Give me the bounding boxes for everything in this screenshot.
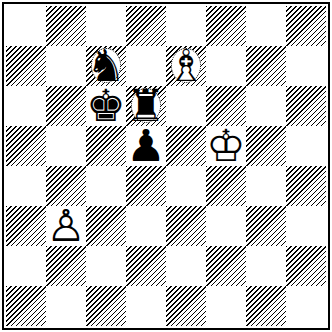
square-e3[interactable] [166, 206, 206, 246]
square-d1[interactable] [126, 286, 166, 326]
square-b3[interactable]: ♙ [46, 206, 86, 246]
square-a5[interactable] [6, 126, 46, 166]
square-d3[interactable] [126, 206, 166, 246]
square-e4[interactable] [166, 166, 206, 206]
square-d4[interactable] [126, 166, 166, 206]
square-f5[interactable]: ♔ [206, 126, 246, 166]
square-h5[interactable] [286, 126, 326, 166]
square-a7[interactable] [6, 46, 46, 86]
square-f4[interactable] [206, 166, 246, 206]
square-e1[interactable] [166, 286, 206, 326]
piece-black-pawn[interactable]: ♟ [126, 126, 166, 166]
square-e7[interactable]: ♗ [166, 46, 206, 86]
piece-white-king[interactable]: ♔ [206, 126, 246, 166]
square-h3[interactable] [286, 206, 326, 246]
square-h2[interactable] [286, 246, 326, 286]
square-b5[interactable] [46, 126, 86, 166]
square-f3[interactable] [206, 206, 246, 246]
square-f1[interactable] [206, 286, 246, 326]
square-b7[interactable] [46, 46, 86, 86]
piece-black-king[interactable]: ♚ [86, 86, 126, 126]
board-frame: ♞♗♚♜♟♔♙ [2, 2, 330, 330]
square-g5[interactable] [246, 126, 286, 166]
square-g8[interactable] [246, 6, 286, 46]
square-d5[interactable]: ♟ [126, 126, 166, 166]
square-c4[interactable] [86, 166, 126, 206]
chess-diagram: ♞♗♚♜♟♔♙ [0, 0, 332, 332]
square-g3[interactable] [246, 206, 286, 246]
square-d2[interactable] [126, 246, 166, 286]
square-a3[interactable] [6, 206, 46, 246]
square-f8[interactable] [206, 6, 246, 46]
square-g4[interactable] [246, 166, 286, 206]
square-b6[interactable] [46, 86, 86, 126]
square-h4[interactable] [286, 166, 326, 206]
square-e5[interactable] [166, 126, 206, 166]
square-e6[interactable] [166, 86, 206, 126]
piece-white-bishop[interactable]: ♗ [166, 46, 206, 86]
square-a2[interactable] [6, 246, 46, 286]
square-f7[interactable] [206, 46, 246, 86]
square-a4[interactable] [6, 166, 46, 206]
square-h6[interactable] [286, 86, 326, 126]
square-b1[interactable] [46, 286, 86, 326]
square-g2[interactable] [246, 246, 286, 286]
square-a8[interactable] [6, 6, 46, 46]
square-h8[interactable] [286, 6, 326, 46]
square-c5[interactable] [86, 126, 126, 166]
square-a6[interactable] [6, 86, 46, 126]
square-c6[interactable]: ♚ [86, 86, 126, 126]
square-c3[interactable] [86, 206, 126, 246]
square-g1[interactable] [246, 286, 286, 326]
square-b2[interactable] [46, 246, 86, 286]
square-f2[interactable] [206, 246, 246, 286]
chessboard: ♞♗♚♜♟♔♙ [6, 6, 326, 326]
square-g7[interactable] [246, 46, 286, 86]
piece-white-pawn[interactable]: ♙ [46, 206, 86, 246]
square-b8[interactable] [46, 6, 86, 46]
square-c1[interactable] [86, 286, 126, 326]
square-e2[interactable] [166, 246, 206, 286]
square-h7[interactable] [286, 46, 326, 86]
square-c2[interactable] [86, 246, 126, 286]
square-a1[interactable] [6, 286, 46, 326]
square-g6[interactable] [246, 86, 286, 126]
square-h1[interactable] [286, 286, 326, 326]
square-d8[interactable] [126, 6, 166, 46]
